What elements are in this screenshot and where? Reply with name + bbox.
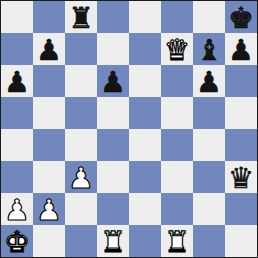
square-c1[interactable] [65, 225, 97, 257]
square-b6[interactable] [33, 65, 65, 97]
piece-white-pawn-a2[interactable]: ♟ [4, 194, 30, 226]
square-h2[interactable] [225, 193, 257, 225]
square-h6[interactable] [225, 65, 257, 97]
square-e6[interactable] [129, 65, 161, 97]
square-d6[interactable]: ♟ [97, 65, 129, 97]
square-h8[interactable]: ♚ [225, 1, 257, 33]
square-d3[interactable] [97, 161, 129, 193]
square-f1[interactable]: ♜ [161, 225, 193, 257]
square-f8[interactable] [161, 1, 193, 33]
piece-black-queen-h3[interactable]: ♛ [228, 162, 254, 194]
square-f5[interactable] [161, 97, 193, 129]
square-c8[interactable]: ♜ [65, 1, 97, 33]
square-e2[interactable] [129, 193, 161, 225]
square-b3[interactable] [33, 161, 65, 193]
square-a6[interactable]: ♟ [1, 65, 33, 97]
square-e5[interactable] [129, 97, 161, 129]
square-g8[interactable] [193, 1, 225, 33]
square-b2[interactable]: ♟ [33, 193, 65, 225]
square-c6[interactable] [65, 65, 97, 97]
square-e1[interactable] [129, 225, 161, 257]
square-a7[interactable] [1, 33, 33, 65]
square-b8[interactable] [33, 1, 65, 33]
square-h5[interactable] [225, 97, 257, 129]
square-f3[interactable] [161, 161, 193, 193]
square-g3[interactable] [193, 161, 225, 193]
square-e3[interactable] [129, 161, 161, 193]
square-b7[interactable]: ♟ [33, 33, 65, 65]
square-a8[interactable] [1, 1, 33, 33]
square-a1[interactable]: ♚ [1, 225, 33, 257]
square-f4[interactable] [161, 129, 193, 161]
square-g7[interactable]: ♝ [193, 33, 225, 65]
square-b4[interactable] [33, 129, 65, 161]
square-c4[interactable] [65, 129, 97, 161]
piece-black-pawn-b7[interactable]: ♟ [36, 34, 62, 66]
piece-white-pawn-c3[interactable]: ♟ [68, 162, 94, 194]
piece-white-king-a1[interactable]: ♚ [4, 226, 30, 258]
square-h3[interactable]: ♛ [225, 161, 257, 193]
square-f7[interactable]: ♛ [161, 33, 193, 65]
square-e4[interactable] [129, 129, 161, 161]
square-g1[interactable] [193, 225, 225, 257]
piece-black-rook-c8[interactable]: ♜ [68, 2, 94, 34]
square-d5[interactable] [97, 97, 129, 129]
square-f6[interactable] [161, 65, 193, 97]
square-e7[interactable] [129, 33, 161, 65]
square-h4[interactable] [225, 129, 257, 161]
square-d1[interactable]: ♜ [97, 225, 129, 257]
piece-black-pawn-h7[interactable]: ♟ [228, 34, 254, 66]
piece-black-pawn-a6[interactable]: ♟ [4, 66, 30, 98]
square-c5[interactable] [65, 97, 97, 129]
piece-black-bishop-g7[interactable]: ♝ [196, 34, 222, 66]
square-c3[interactable]: ♟ [65, 161, 97, 193]
piece-white-pawn-b2[interactable]: ♟ [36, 194, 62, 226]
piece-white-rook-d1[interactable]: ♜ [100, 226, 126, 258]
square-a3[interactable] [1, 161, 33, 193]
square-g6[interactable]: ♟ [193, 65, 225, 97]
square-a4[interactable] [1, 129, 33, 161]
square-g4[interactable] [193, 129, 225, 161]
piece-white-queen-f7[interactable]: ♛ [164, 34, 190, 66]
square-e8[interactable] [129, 1, 161, 33]
chess-board: ♜♚♟♛♝♟♟♟♟♟♛♟♟♚♜♜ [0, 0, 258, 258]
square-a5[interactable] [1, 97, 33, 129]
square-b5[interactable] [33, 97, 65, 129]
square-g2[interactable] [193, 193, 225, 225]
square-d7[interactable] [97, 33, 129, 65]
square-g5[interactable] [193, 97, 225, 129]
square-c2[interactable] [65, 193, 97, 225]
square-d2[interactable] [97, 193, 129, 225]
square-h7[interactable]: ♟ [225, 33, 257, 65]
square-f2[interactable] [161, 193, 193, 225]
square-b1[interactable] [33, 225, 65, 257]
piece-white-rook-f1[interactable]: ♜ [164, 226, 190, 258]
square-c7[interactable] [65, 33, 97, 65]
piece-black-pawn-d6[interactable]: ♟ [100, 66, 126, 98]
square-h1[interactable] [225, 225, 257, 257]
piece-black-king-h8[interactable]: ♚ [228, 2, 254, 34]
square-a2[interactable]: ♟ [1, 193, 33, 225]
piece-black-pawn-g6[interactable]: ♟ [196, 66, 222, 98]
square-d8[interactable] [97, 1, 129, 33]
square-d4[interactable] [97, 129, 129, 161]
